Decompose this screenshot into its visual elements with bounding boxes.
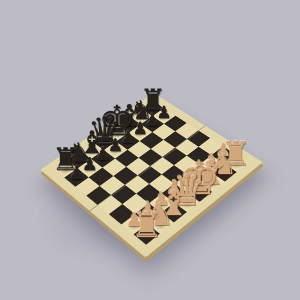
piece-white-rook[interactable]: ♜ xyxy=(126,207,168,242)
product-photo: ♜♟♞♟♝♟♚♟♛♟♝♟♟♞♜♟♟♜♞♟♟♝♟♚♟♛♟♝♟♞♟♜ xyxy=(0,0,300,300)
pieces-layer: ♜♟♞♟♝♟♚♟♛♟♝♟♟♞♜♟♟♜♞♟♟♝♟♚♟♛♟♝♟♞♟♜ xyxy=(0,0,300,300)
piece-black-pawn[interactable]: ♟ xyxy=(66,164,88,182)
